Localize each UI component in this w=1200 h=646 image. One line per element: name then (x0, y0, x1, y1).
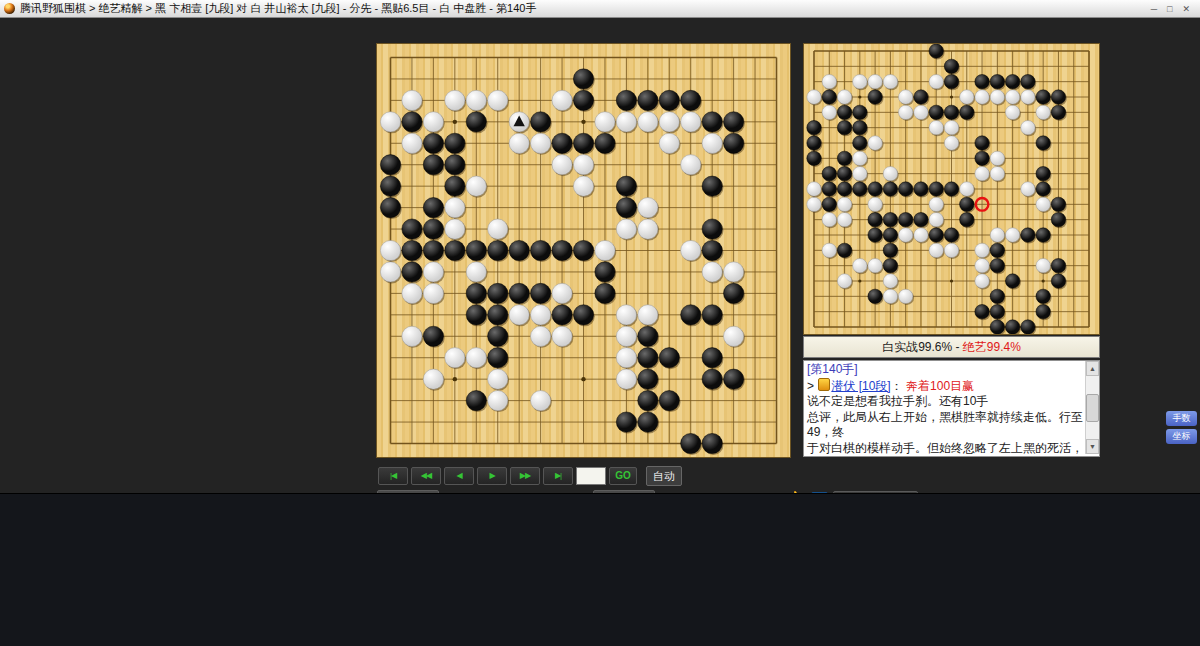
last-move-button[interactable]: ▶| (543, 467, 573, 485)
comment-line: 于对白棋的模样动手。但始终忽略了左上黑的死活，绝艺很 (807, 441, 1083, 458)
tab-move-numbers[interactable]: 手数 (1166, 411, 1197, 426)
go-button[interactable]: GO (609, 467, 637, 485)
app-logo-icon (4, 3, 15, 14)
comment-move-header: [第140手] (807, 362, 1083, 378)
fast-backward-move-button[interactable]: ◀◀ (411, 467, 441, 485)
scroll-up-icon[interactable]: ▲ (1086, 361, 1099, 376)
white-actual-winrate: 白实战99.6% (882, 339, 952, 356)
window-title: 腾讯野狐围棋 > 绝艺精解 > 黑 卞相壹 [九段] 对 白 井山裕太 [九段]… (20, 1, 536, 16)
backward-move-button[interactable]: ◀ (444, 467, 474, 485)
comment-body: 说不定是想看我拉手刹。还有10手总评，此局从右上开始，黑棋胜率就持续走低。行至4… (807, 394, 1083, 457)
commenter-link[interactable]: 潜伏 [10段] (831, 379, 890, 393)
winrate-chart-area: 05010015050 140 - 99.6% 胜率吻合度惨案现场巅峰时刻 分享 (0, 493, 1200, 646)
commentary-panel[interactable]: [第140手] > 潜伏 [10段]： 奔着100目赢 说不定是想看我拉手刹。还… (803, 360, 1100, 457)
auto-play-button[interactable]: 自动 (646, 466, 682, 486)
comment-highlight: 奔着100目赢 (906, 379, 974, 393)
minimize-button[interactable]: ─ (1151, 4, 1157, 14)
comment-scrollbar[interactable]: ▲ ▼ (1085, 361, 1099, 454)
scrollbar-thumb[interactable] (1086, 394, 1099, 422)
close-button[interactable]: ✕ (1182, 4, 1190, 14)
comment-chat-line: > 潜伏 [10段]： 奔着100目赢 (807, 378, 1083, 395)
title-bar: 腾讯野狐围棋 > 绝艺精解 > 黑 卞相壹 [九段] 对 白 井山裕太 [九段]… (0, 0, 1200, 18)
comment-line: 说不定是想看我拉手刹。还有10手 (807, 394, 1083, 410)
variation-go-board[interactable] (803, 43, 1100, 335)
replay-controls: |◀◀◀◀▶▶▶▶| GO 自动 (378, 466, 682, 486)
maximize-button[interactable]: □ (1167, 4, 1172, 14)
main-area: 白实战99.6% - 绝艺99.4% [第140手] > 潜伏 [10段]： 奔… (0, 18, 1200, 493)
tab-coordinates[interactable]: 坐标 (1166, 429, 1197, 444)
move-number-input[interactable] (576, 467, 606, 485)
ai-winrate: 绝艺99.4% (963, 339, 1021, 356)
first-move-button[interactable]: |◀ (378, 467, 408, 485)
main-go-board[interactable] (376, 43, 791, 458)
winrate-summary-bar: 白实战99.6% - 绝艺99.4% (803, 336, 1100, 358)
scroll-down-icon[interactable]: ▼ (1086, 439, 1099, 454)
comment-line: 总评，此局从右上开始，黑棋胜率就持续走低。行至49，终 (807, 410, 1083, 441)
winrate-separator: - (952, 340, 963, 354)
forward-move-button[interactable]: ▶ (477, 467, 507, 485)
medal-icon (818, 378, 830, 391)
fast-forward-move-button[interactable]: ▶▶ (510, 467, 540, 485)
